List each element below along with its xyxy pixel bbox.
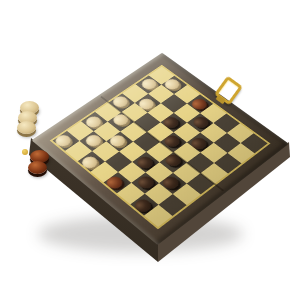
brass-clasp — [214, 76, 243, 106]
checkers-board — [31, 53, 288, 245]
off-board-amber-piece — [28, 161, 47, 174]
off-board-cream-piece — [17, 121, 36, 134]
brass-hinge-glint — [22, 149, 28, 155]
product-photo-canvas — [0, 0, 292, 292]
